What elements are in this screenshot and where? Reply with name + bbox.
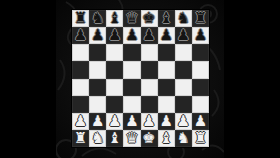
black-king-icon: ♚	[142, 11, 155, 26]
white-pawn-icon: ♟	[142, 113, 155, 128]
square-e4[interactable]	[141, 79, 158, 96]
app-background: ♜♞♝♛♚♝♞♜♟♟♟♟♟♟♟♟♟♟♟♟♟♟♟♟♜♞♝♛♚♝♞♜	[0, 0, 280, 158]
black-pawn-icon: ♟	[159, 28, 172, 43]
square-e7[interactable]: ♟	[141, 27, 158, 44]
square-g7[interactable]: ♟	[175, 27, 192, 44]
square-c2[interactable]: ♟	[106, 113, 123, 130]
black-bishop-icon: ♝	[159, 11, 172, 26]
square-d2[interactable]: ♟	[123, 113, 140, 130]
square-d4[interactable]	[123, 79, 140, 96]
black-rook-icon: ♜	[194, 11, 207, 26]
square-b3[interactable]	[89, 96, 106, 113]
square-b4[interactable]	[89, 79, 106, 96]
square-e3[interactable]	[141, 96, 158, 113]
square-f4[interactable]	[158, 79, 175, 96]
white-pawn-icon: ♟	[74, 113, 87, 128]
square-f8[interactable]: ♝	[158, 10, 175, 27]
square-a3[interactable]	[72, 96, 89, 113]
square-a6[interactable]	[72, 44, 89, 61]
black-pawn-icon: ♟	[177, 28, 190, 43]
white-pawn-icon: ♟	[159, 113, 172, 128]
square-g5[interactable]	[175, 61, 192, 78]
square-d5[interactable]	[123, 61, 140, 78]
square-a4[interactable]	[72, 79, 89, 96]
square-a2[interactable]: ♟	[72, 113, 89, 130]
square-a8[interactable]: ♜	[72, 10, 89, 27]
white-pawn-icon: ♟	[91, 113, 104, 128]
white-knight-icon: ♞	[91, 130, 104, 145]
square-h5[interactable]	[192, 61, 209, 78]
white-bishop-icon: ♝	[159, 130, 172, 145]
white-queen-icon: ♛	[125, 130, 138, 145]
square-d1[interactable]: ♛	[123, 130, 140, 147]
white-pawn-icon: ♟	[177, 113, 190, 128]
square-b1[interactable]: ♞	[89, 130, 106, 147]
square-a1[interactable]: ♜	[72, 130, 89, 147]
square-b2[interactable]: ♟	[89, 113, 106, 130]
square-e6[interactable]	[141, 44, 158, 61]
square-h3[interactable]	[192, 96, 209, 113]
square-c4[interactable]	[106, 79, 123, 96]
square-e1[interactable]: ♚	[141, 130, 158, 147]
square-d8[interactable]: ♛	[123, 10, 140, 27]
square-g4[interactable]	[175, 79, 192, 96]
white-bishop-icon: ♝	[108, 130, 121, 145]
square-g8[interactable]: ♞	[175, 10, 192, 27]
square-d3[interactable]	[123, 96, 140, 113]
black-bishop-icon: ♝	[108, 11, 121, 26]
white-rook-icon: ♜	[194, 130, 207, 145]
black-pawn-icon: ♟	[194, 28, 207, 43]
square-f5[interactable]	[158, 61, 175, 78]
square-f1[interactable]: ♝	[158, 130, 175, 147]
square-h6[interactable]	[192, 44, 209, 61]
black-queen-icon: ♛	[125, 11, 138, 26]
square-c5[interactable]	[106, 61, 123, 78]
square-e2[interactable]: ♟	[141, 113, 158, 130]
white-knight-icon: ♞	[177, 130, 190, 145]
square-b8[interactable]: ♞	[89, 10, 106, 27]
black-pawn-icon: ♟	[91, 28, 104, 43]
square-g2[interactable]: ♟	[175, 113, 192, 130]
square-c6[interactable]	[106, 44, 123, 61]
square-b5[interactable]	[89, 61, 106, 78]
square-f3[interactable]	[158, 96, 175, 113]
square-h4[interactable]	[192, 79, 209, 96]
square-a5[interactable]	[72, 61, 89, 78]
square-d6[interactable]	[123, 44, 140, 61]
square-h1[interactable]: ♜	[192, 130, 209, 147]
white-rook-icon: ♜	[74, 130, 87, 145]
square-e5[interactable]	[141, 61, 158, 78]
square-h8[interactable]: ♜	[192, 10, 209, 27]
square-c8[interactable]: ♝	[106, 10, 123, 27]
black-pawn-icon: ♟	[108, 28, 121, 43]
chess-board: ♜♞♝♛♚♝♞♜♟♟♟♟♟♟♟♟♟♟♟♟♟♟♟♟♜♞♝♛♚♝♞♜	[72, 10, 209, 147]
square-g1[interactable]: ♞	[175, 130, 192, 147]
black-knight-icon: ♞	[91, 11, 104, 26]
square-b7[interactable]: ♟	[89, 27, 106, 44]
square-d7[interactable]: ♟	[123, 27, 140, 44]
square-c7[interactable]: ♟	[106, 27, 123, 44]
square-c1[interactable]: ♝	[106, 130, 123, 147]
white-king-icon: ♚	[142, 130, 155, 145]
white-pawn-icon: ♟	[194, 113, 207, 128]
square-a7[interactable]: ♟	[72, 27, 89, 44]
black-pawn-icon: ♟	[74, 28, 87, 43]
black-rook-icon: ♜	[74, 11, 87, 26]
square-g6[interactable]	[175, 44, 192, 61]
black-knight-icon: ♞	[177, 11, 190, 26]
square-h2[interactable]: ♟	[192, 113, 209, 130]
square-f2[interactable]: ♟	[158, 113, 175, 130]
square-e8[interactable]: ♚	[141, 10, 158, 27]
square-f7[interactable]: ♟	[158, 27, 175, 44]
square-h7[interactable]: ♟	[192, 27, 209, 44]
white-pawn-icon: ♟	[108, 113, 121, 128]
square-c3[interactable]	[106, 96, 123, 113]
square-g3[interactable]	[175, 96, 192, 113]
black-pawn-icon: ♟	[142, 28, 155, 43]
square-b6[interactable]	[89, 44, 106, 61]
square-f6[interactable]	[158, 44, 175, 61]
black-pawn-icon: ♟	[125, 28, 138, 43]
white-pawn-icon: ♟	[125, 113, 138, 128]
